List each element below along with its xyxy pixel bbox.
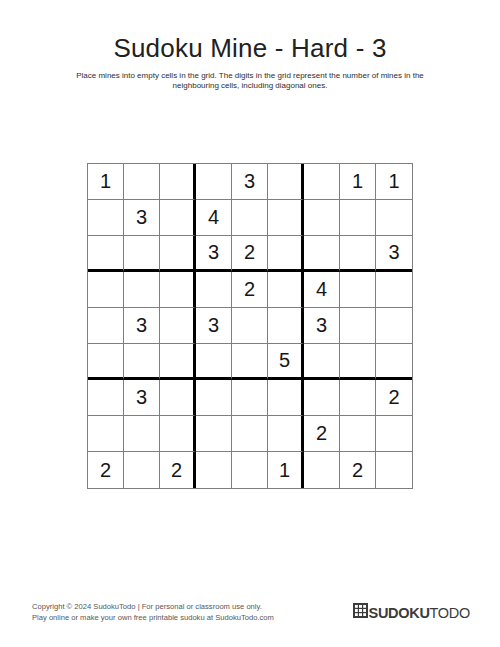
cell-r8c1[interactable] bbox=[88, 416, 124, 452]
cell-r4c3[interactable] bbox=[160, 272, 196, 308]
cell-r4c1[interactable] bbox=[88, 272, 124, 308]
cell-r5c3[interactable] bbox=[160, 308, 196, 344]
cell-r2c7[interactable] bbox=[304, 200, 340, 236]
cell-r3c8[interactable] bbox=[340, 236, 376, 272]
cell-r5c2[interactable]: 3 bbox=[124, 308, 160, 344]
cell-r8c3[interactable] bbox=[160, 416, 196, 452]
cell-r3c4[interactable]: 3 bbox=[196, 236, 232, 272]
cell-r7c6[interactable] bbox=[268, 380, 304, 416]
cell-r8c4[interactable] bbox=[196, 416, 232, 452]
cell-r6c6[interactable]: 5 bbox=[268, 344, 304, 380]
cell-r7c8[interactable] bbox=[340, 380, 376, 416]
cell-r3c7[interactable] bbox=[304, 236, 340, 272]
cell-r2c8[interactable] bbox=[340, 200, 376, 236]
cell-r8c6[interactable] bbox=[268, 416, 304, 452]
cell-r5c7[interactable]: 3 bbox=[304, 308, 340, 344]
cell-r7c2[interactable]: 3 bbox=[124, 380, 160, 416]
cell-r9c1[interactable]: 2 bbox=[88, 452, 124, 488]
cell-r1c5[interactable]: 3 bbox=[232, 164, 268, 200]
cell-r7c1[interactable] bbox=[88, 380, 124, 416]
cell-r4c9[interactable] bbox=[376, 272, 412, 308]
cell-r5c6[interactable] bbox=[268, 308, 304, 344]
cell-r6c5[interactable] bbox=[232, 344, 268, 380]
cell-r5c4[interactable]: 3 bbox=[196, 308, 232, 344]
brand-wordmark-todo: TODO bbox=[430, 605, 470, 621]
cell-r1c3[interactable] bbox=[160, 164, 196, 200]
cell-r1c1[interactable]: 1 bbox=[88, 164, 124, 200]
cell-r7c9[interactable]: 2 bbox=[376, 380, 412, 416]
cell-r2c4[interactable]: 4 bbox=[196, 200, 232, 236]
cell-r5c1[interactable] bbox=[88, 308, 124, 344]
cell-r2c1[interactable] bbox=[88, 200, 124, 236]
cell-r1c2[interactable] bbox=[124, 164, 160, 200]
cell-r9c8[interactable]: 2 bbox=[340, 452, 376, 488]
cell-r2c5[interactable] bbox=[232, 200, 268, 236]
cell-r7c7[interactable] bbox=[304, 380, 340, 416]
sudoku-grid-icon bbox=[353, 603, 368, 622]
copyright-line2: Play online or make your own free printa… bbox=[32, 612, 274, 623]
cell-r5c8[interactable] bbox=[340, 308, 376, 344]
cell-r4c4[interactable] bbox=[196, 272, 232, 308]
cell-r2c9[interactable] bbox=[376, 200, 412, 236]
cell-r2c2[interactable]: 3 bbox=[124, 200, 160, 236]
cell-r1c7[interactable] bbox=[304, 164, 340, 200]
copyright-line1: Copyright © 2024 SudokuTodo | For person… bbox=[32, 601, 274, 612]
cell-r6c9[interactable] bbox=[376, 344, 412, 380]
cell-r4c6[interactable] bbox=[268, 272, 304, 308]
cell-r9c6[interactable]: 1 bbox=[268, 452, 304, 488]
cell-r3c5[interactable]: 2 bbox=[232, 236, 268, 272]
cell-r8c8[interactable] bbox=[340, 416, 376, 452]
cell-r6c8[interactable] bbox=[340, 344, 376, 380]
cell-r6c3[interactable] bbox=[160, 344, 196, 380]
cell-r1c8[interactable]: 1 bbox=[340, 164, 376, 200]
cell-r4c7[interactable]: 4 bbox=[304, 272, 340, 308]
cell-r3c1[interactable] bbox=[88, 236, 124, 272]
cell-r8c2[interactable] bbox=[124, 416, 160, 452]
cell-r9c9[interactable] bbox=[376, 452, 412, 488]
cell-r4c8[interactable] bbox=[340, 272, 376, 308]
cell-r3c3[interactable] bbox=[160, 236, 196, 272]
puzzle-instructions: Place mines into empty cells in the grid… bbox=[58, 71, 442, 91]
cell-r2c3[interactable] bbox=[160, 200, 196, 236]
cell-r9c5[interactable] bbox=[232, 452, 268, 488]
cell-r1c6[interactable] bbox=[268, 164, 304, 200]
cell-r7c5[interactable] bbox=[232, 380, 268, 416]
cell-r4c2[interactable] bbox=[124, 272, 160, 308]
printable-puzzle-page: Sudoku Mine - Hard - 3 Place mines into … bbox=[0, 0, 500, 647]
brand-wordmark-sudoku: SUDOKU bbox=[369, 605, 430, 621]
brand-logo: SUDOKUTODO bbox=[353, 603, 470, 622]
cell-r9c3[interactable]: 2 bbox=[160, 452, 196, 488]
cell-r7c3[interactable] bbox=[160, 380, 196, 416]
cell-r4c5[interactable]: 2 bbox=[232, 272, 268, 308]
cell-r9c2[interactable] bbox=[124, 452, 160, 488]
copyright-text: Copyright © 2024 SudokuTodo | For person… bbox=[32, 601, 274, 623]
sudoku-grid: 1311343232433353222212 bbox=[87, 163, 413, 489]
cell-r6c7[interactable] bbox=[304, 344, 340, 380]
brand-wordmark: SUDOKUTODO bbox=[369, 605, 470, 621]
cell-r3c6[interactable] bbox=[268, 236, 304, 272]
cell-r8c9[interactable] bbox=[376, 416, 412, 452]
cell-r3c9[interactable]: 3 bbox=[376, 236, 412, 272]
cell-r8c7[interactable]: 2 bbox=[304, 416, 340, 452]
cell-r2c6[interactable] bbox=[268, 200, 304, 236]
cell-r5c9[interactable] bbox=[376, 308, 412, 344]
cell-r1c9[interactable]: 1 bbox=[376, 164, 412, 200]
cell-r9c4[interactable] bbox=[196, 452, 232, 488]
puzzle-title: Sudoku Mine - Hard - 3 bbox=[0, 33, 500, 64]
cell-r6c4[interactable] bbox=[196, 344, 232, 380]
cell-r5c5[interactable] bbox=[232, 308, 268, 344]
cell-r8c5[interactable] bbox=[232, 416, 268, 452]
cell-r1c4[interactable] bbox=[196, 164, 232, 200]
cell-r7c4[interactable] bbox=[196, 380, 232, 416]
cell-r3c2[interactable] bbox=[124, 236, 160, 272]
cell-r9c7[interactable] bbox=[304, 452, 340, 488]
cell-r6c1[interactable] bbox=[88, 344, 124, 380]
cell-r6c2[interactable] bbox=[124, 344, 160, 380]
